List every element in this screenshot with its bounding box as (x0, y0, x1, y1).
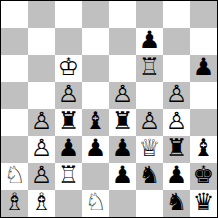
black-rook: ♜ (58, 109, 80, 135)
white-pawn: ♙ (166, 109, 188, 135)
black-queen: ♛ (193, 190, 215, 216)
square-b8[interactable] (28, 1, 55, 28)
square-c5[interactable]: ♙ (55, 82, 82, 109)
square-d1[interactable]: ♘ (82, 190, 109, 217)
square-g5[interactable]: ♙ (163, 82, 190, 109)
black-pawn: ♟ (166, 163, 188, 189)
square-a1[interactable]: ♗ (1, 190, 28, 217)
square-b5[interactable] (28, 82, 55, 109)
square-f6[interactable]: ♖ (136, 55, 163, 82)
square-g6[interactable] (163, 55, 190, 82)
square-f5[interactable] (136, 82, 163, 109)
square-h8[interactable] (190, 1, 217, 28)
square-a5[interactable] (1, 82, 28, 109)
square-d2[interactable] (82, 163, 109, 190)
square-b7[interactable] (28, 28, 55, 55)
black-bishop: ♝ (85, 109, 107, 135)
square-f4[interactable]: ♙ (136, 109, 163, 136)
square-a6[interactable] (1, 55, 28, 82)
square-e6[interactable] (109, 55, 136, 82)
square-a8[interactable] (1, 1, 28, 28)
square-h3[interactable]: ♝ (190, 136, 217, 163)
square-c8[interactable] (55, 1, 82, 28)
square-a3[interactable] (1, 136, 28, 163)
white-bishop: ♗ (31, 190, 53, 216)
white-pawn: ♙ (31, 136, 53, 162)
square-f7[interactable]: ♟ (136, 28, 163, 55)
square-e7[interactable] (109, 28, 136, 55)
square-e8[interactable] (109, 1, 136, 28)
square-h1[interactable]: ♛ (190, 190, 217, 217)
square-e3[interactable]: ♟ (109, 136, 136, 163)
white-pawn: ♙ (139, 109, 161, 135)
black-pawn: ♟ (112, 136, 134, 162)
square-e4[interactable]: ♜ (109, 109, 136, 136)
black-pawn: ♟ (85, 136, 107, 162)
square-d7[interactable] (82, 28, 109, 55)
chess-board: ♟♔♖♟♙♙♙♙♜♝♜♙♙♙♟♟♟♕♜♝♘♙♖♟♞♟♚♗♗♘♞♛ (0, 0, 218, 218)
square-d3[interactable]: ♟ (82, 136, 109, 163)
white-knight: ♘ (85, 190, 107, 216)
square-c1[interactable] (55, 190, 82, 217)
square-g2[interactable]: ♟ (163, 163, 190, 190)
square-g1[interactable]: ♞ (163, 190, 190, 217)
black-bishop: ♝ (193, 136, 215, 162)
square-f2[interactable]: ♞ (136, 163, 163, 190)
square-h7[interactable] (190, 28, 217, 55)
square-c6[interactable]: ♔ (55, 55, 82, 82)
white-pawn: ♙ (112, 82, 134, 108)
square-e2[interactable]: ♟ (109, 163, 136, 190)
square-b4[interactable]: ♙ (28, 109, 55, 136)
black-rook: ♜ (166, 136, 188, 162)
black-rook: ♜ (112, 109, 134, 135)
square-h4[interactable] (190, 109, 217, 136)
black-pawn: ♟ (139, 28, 161, 54)
square-b2[interactable]: ♙ (28, 163, 55, 190)
white-rook: ♖ (58, 163, 80, 189)
black-pawn: ♟ (193, 55, 215, 81)
square-b1[interactable]: ♗ (28, 190, 55, 217)
square-c7[interactable] (55, 28, 82, 55)
black-king: ♚ (193, 163, 215, 189)
square-g8[interactable] (163, 1, 190, 28)
square-f3[interactable]: ♕ (136, 136, 163, 163)
square-h5[interactable] (190, 82, 217, 109)
square-d4[interactable]: ♝ (82, 109, 109, 136)
black-pawn: ♟ (58, 136, 80, 162)
square-g7[interactable] (163, 28, 190, 55)
black-pawn: ♟ (112, 163, 134, 189)
square-b3[interactable]: ♙ (28, 136, 55, 163)
black-knight: ♞ (166, 190, 188, 216)
black-knight: ♞ (139, 163, 161, 189)
square-a7[interactable] (1, 28, 28, 55)
square-e1[interactable] (109, 190, 136, 217)
square-h2[interactable]: ♚ (190, 163, 217, 190)
square-a2[interactable]: ♘ (1, 163, 28, 190)
white-pawn: ♙ (166, 82, 188, 108)
square-g3[interactable]: ♜ (163, 136, 190, 163)
square-c4[interactable]: ♜ (55, 109, 82, 136)
square-h6[interactable]: ♟ (190, 55, 217, 82)
square-d8[interactable] (82, 1, 109, 28)
square-f1[interactable] (136, 190, 163, 217)
square-d6[interactable] (82, 55, 109, 82)
square-g4[interactable]: ♙ (163, 109, 190, 136)
white-bishop: ♗ (4, 190, 26, 216)
white-pawn: ♙ (31, 163, 53, 189)
white-rook: ♖ (139, 55, 161, 81)
white-king: ♔ (58, 55, 80, 81)
square-b6[interactable] (28, 55, 55, 82)
white-pawn: ♙ (58, 82, 80, 108)
square-d5[interactable] (82, 82, 109, 109)
white-queen: ♕ (139, 136, 161, 162)
square-a4[interactable] (1, 109, 28, 136)
square-c3[interactable]: ♟ (55, 136, 82, 163)
square-f8[interactable] (136, 1, 163, 28)
square-e5[interactable]: ♙ (109, 82, 136, 109)
white-pawn: ♙ (31, 109, 53, 135)
square-c2[interactable]: ♖ (55, 163, 82, 190)
white-knight: ♘ (4, 163, 26, 189)
